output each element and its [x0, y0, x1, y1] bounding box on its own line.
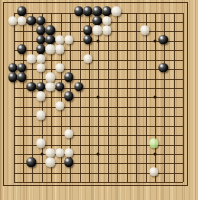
white-stone — [36, 139, 45, 148]
grid-line-horizontal — [14, 163, 184, 164]
star-point — [153, 39, 156, 42]
black-stone — [102, 7, 111, 16]
black-stone — [17, 7, 26, 16]
white-stone — [55, 101, 64, 110]
white-stone — [36, 92, 45, 101]
black-stone — [27, 158, 36, 167]
grid-line-vertical — [183, 13, 184, 183]
grid-line-vertical — [136, 13, 137, 183]
black-stone — [36, 35, 45, 44]
white-stone — [36, 54, 45, 63]
grid-line-vertical — [146, 13, 147, 183]
white-stone — [46, 82, 55, 91]
white-stone — [46, 158, 55, 167]
star-point — [97, 39, 100, 42]
white-stone — [83, 54, 92, 63]
black-stone — [8, 73, 17, 82]
hint-stone — [149, 139, 158, 148]
white-stone — [55, 63, 64, 72]
grid-line-vertical — [127, 13, 128, 183]
star-point — [153, 96, 156, 99]
black-stone — [93, 7, 102, 16]
white-stone — [55, 44, 64, 53]
white-stone — [149, 167, 158, 176]
white-stone — [27, 54, 36, 63]
white-stone — [102, 26, 111, 35]
black-stone — [64, 73, 73, 82]
grid-line-horizontal — [14, 182, 184, 183]
white-stone — [102, 16, 111, 25]
black-stone — [36, 16, 45, 25]
black-stone — [83, 35, 92, 44]
star-point — [153, 153, 156, 156]
white-stone — [36, 110, 45, 119]
white-stone — [55, 148, 64, 157]
grid-line-vertical — [174, 13, 175, 183]
grid-line-vertical — [117, 13, 118, 183]
white-stone — [140, 26, 149, 35]
black-stone — [36, 82, 45, 91]
black-stone — [83, 7, 92, 16]
black-stone — [64, 158, 73, 167]
black-stone — [36, 26, 45, 35]
black-stone — [17, 44, 26, 53]
black-stone — [17, 73, 26, 82]
grid-line-vertical — [108, 13, 109, 183]
black-stone — [17, 63, 26, 72]
white-stone — [46, 44, 55, 53]
white-stone — [64, 35, 73, 44]
star-point — [40, 153, 43, 156]
white-stone — [55, 35, 64, 44]
white-stone — [93, 26, 102, 35]
black-stone — [27, 82, 36, 91]
black-stone — [93, 16, 102, 25]
black-stone — [74, 7, 83, 16]
grid-line-horizontal — [14, 135, 184, 136]
black-stone — [64, 92, 73, 101]
white-stone — [46, 73, 55, 82]
grid-line-horizontal — [14, 126, 184, 127]
white-stone — [8, 16, 17, 25]
black-stone — [27, 16, 36, 25]
black-stone — [159, 63, 168, 72]
go-board[interactable] — [0, 0, 198, 200]
white-stone — [36, 63, 45, 72]
black-stone — [74, 82, 83, 91]
white-stone — [112, 7, 121, 16]
white-stone — [64, 148, 73, 157]
go-app-window — [0, 0, 198, 200]
white-stone — [46, 148, 55, 157]
black-stone — [46, 35, 55, 44]
star-point — [97, 153, 100, 156]
white-stone — [17, 16, 26, 25]
black-stone — [8, 63, 17, 72]
grid-line-horizontal — [14, 107, 184, 108]
black-stone — [46, 26, 55, 35]
black-stone — [159, 35, 168, 44]
black-stone — [83, 26, 92, 35]
white-stone — [64, 129, 73, 138]
star-point — [97, 96, 100, 99]
black-stone — [36, 44, 45, 53]
black-stone — [55, 82, 64, 91]
